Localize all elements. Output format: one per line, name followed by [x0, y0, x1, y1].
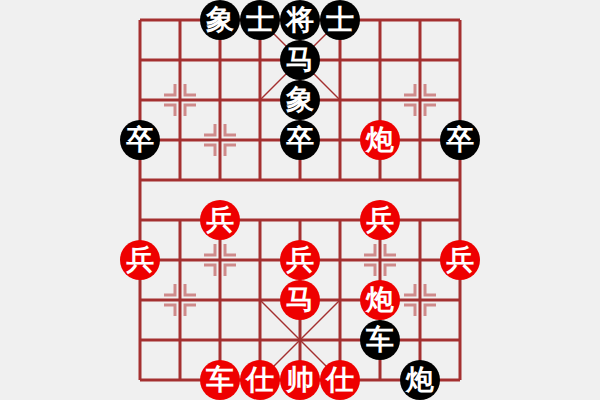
piece-black-horse[interactable]: 马	[280, 40, 320, 80]
piece-red-soldier[interactable]: 兵	[440, 240, 480, 280]
piece-red-soldier[interactable]: 兵	[200, 200, 240, 240]
piece-black-advisor[interactable]: 士	[320, 0, 360, 40]
screenshot-root: 象士将士马象卒卒炮卒兵兵兵兵兵马炮车车仕帅仕炮	[0, 0, 600, 400]
piece-black-elephant[interactable]: 象	[280, 80, 320, 120]
piece-red-horse[interactable]: 马	[280, 280, 320, 320]
piece-black-cannon[interactable]: 炮	[400, 360, 440, 400]
piece-red-soldier[interactable]: 兵	[280, 240, 320, 280]
piece-red-soldier[interactable]: 兵	[120, 240, 160, 280]
piece-red-advisor[interactable]: 仕	[320, 360, 360, 400]
piece-red-cannon[interactable]: 炮	[360, 120, 400, 160]
piece-black-elephant[interactable]: 象	[200, 0, 240, 40]
xiangqi-board: 象士将士马象卒卒炮卒兵兵兵兵兵马炮车车仕帅仕炮	[120, 0, 480, 400]
pieces-layer: 象士将士马象卒卒炮卒兵兵兵兵兵马炮车车仕帅仕炮	[120, 0, 480, 400]
piece-black-chariot[interactable]: 车	[360, 320, 400, 360]
piece-red-cannon[interactable]: 炮	[360, 280, 400, 320]
piece-red-advisor[interactable]: 仕	[240, 360, 280, 400]
piece-black-general[interactable]: 将	[280, 0, 320, 40]
piece-red-soldier[interactable]: 兵	[360, 200, 400, 240]
piece-black-soldier[interactable]: 卒	[440, 120, 480, 160]
piece-black-soldier[interactable]: 卒	[280, 120, 320, 160]
piece-red-chariot[interactable]: 车	[200, 360, 240, 400]
piece-black-advisor[interactable]: 士	[240, 0, 280, 40]
piece-red-general[interactable]: 帅	[280, 360, 320, 400]
piece-black-soldier[interactable]: 卒	[120, 120, 160, 160]
